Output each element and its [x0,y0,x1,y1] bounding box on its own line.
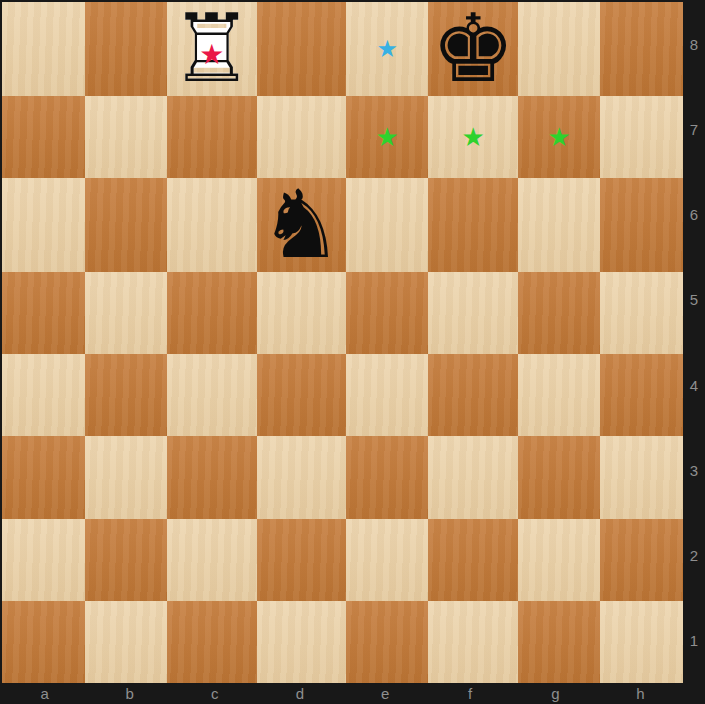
file-label-c: c [172,683,257,704]
square-f4[interactable] [428,354,517,436]
square-a6[interactable] [2,178,85,272]
square-h3[interactable] [600,436,683,518]
chess-board: ♜♖★★♚★★★♞ [2,2,683,683]
file-label-f: f [428,683,513,704]
square-c7[interactable] [167,96,256,178]
square-d8[interactable] [257,2,346,96]
chess-app: ♜♖★★♚★★★♞ 87654321 abcdefgh [0,0,705,704]
square-c3[interactable] [167,436,256,518]
square-a5[interactable] [2,272,85,354]
square-b6[interactable] [85,178,168,272]
square-a8[interactable] [2,2,85,96]
square-g3[interactable] [518,436,601,518]
square-g5[interactable] [518,272,601,354]
black-king-glyph: ♚ [431,2,515,96]
square-g7[interactable]: ★ [518,96,601,178]
square-f2[interactable] [428,519,517,601]
square-c1[interactable] [167,601,256,683]
square-b5[interactable] [85,272,168,354]
square-c2[interactable] [167,519,256,601]
file-label-d: d [257,683,342,704]
square-g2[interactable] [518,519,601,601]
rank-label-5: 5 [683,257,705,342]
square-e6[interactable] [346,178,429,272]
square-a3[interactable] [2,436,85,518]
green-star-icon: ★ [547,124,570,150]
square-e3[interactable] [346,436,429,518]
cyan-star-icon: ★ [376,37,398,61]
square-a2[interactable] [2,519,85,601]
square-e8[interactable]: ★ [346,2,429,96]
square-e2[interactable] [346,519,429,601]
white-rook-outline: ♖ [170,2,254,96]
square-h4[interactable] [600,354,683,436]
square-f7[interactable]: ★ [428,96,517,178]
rank-label-1: 1 [683,598,705,683]
square-f8[interactable]: ♚ [428,2,517,96]
square-h1[interactable] [600,601,683,683]
square-h8[interactable] [600,2,683,96]
square-h5[interactable] [600,272,683,354]
square-d2[interactable] [257,519,346,601]
file-label-g: g [513,683,598,704]
square-a4[interactable] [2,354,85,436]
square-a7[interactable] [2,96,85,178]
square-b2[interactable] [85,519,168,601]
square-g6[interactable] [518,178,601,272]
rank-label-2: 2 [683,513,705,598]
square-b1[interactable] [85,601,168,683]
square-e5[interactable] [346,272,429,354]
square-f1[interactable] [428,601,517,683]
square-f5[interactable] [428,272,517,354]
square-e4[interactable] [346,354,429,436]
green-star-icon: ★ [375,124,398,150]
square-d4[interactable] [257,354,346,436]
square-b7[interactable] [85,96,168,178]
square-a1[interactable] [2,601,85,683]
file-labels: abcdefgh [2,683,683,704]
rank-label-6: 6 [683,172,705,257]
square-c8[interactable]: ♜♖★ [167,2,256,96]
square-g1[interactable] [518,601,601,683]
square-c6[interactable] [167,178,256,272]
black-king[interactable]: ♚ [428,2,517,96]
square-c4[interactable] [167,354,256,436]
square-d6[interactable]: ♞ [257,178,346,272]
square-h2[interactable] [600,519,683,601]
square-h6[interactable] [600,178,683,272]
square-h7[interactable] [600,96,683,178]
rank-label-3: 3 [683,428,705,513]
square-d1[interactable] [257,601,346,683]
black-knight-glyph: ♞ [259,178,343,272]
square-d5[interactable] [257,272,346,354]
square-f3[interactable] [428,436,517,518]
green-star-icon: ★ [461,124,484,150]
square-c5[interactable] [167,272,256,354]
square-b8[interactable] [85,2,168,96]
square-d7[interactable] [257,96,346,178]
square-e7[interactable]: ★ [346,96,429,178]
white-rook[interactable]: ♜♖ [167,2,256,96]
square-e1[interactable] [346,601,429,683]
rank-labels: 87654321 [683,2,705,683]
square-f6[interactable] [428,178,517,272]
rank-label-7: 7 [683,87,705,172]
square-d3[interactable] [257,436,346,518]
file-label-b: b [87,683,172,704]
square-b3[interactable] [85,436,168,518]
square-b4[interactable] [85,354,168,436]
square-g8[interactable] [518,2,601,96]
rank-label-4: 4 [683,343,705,428]
black-knight[interactable]: ♞ [257,178,346,272]
file-label-a: a [2,683,87,704]
square-g4[interactable] [518,354,601,436]
file-label-h: h [598,683,683,704]
file-label-e: e [343,683,428,704]
rank-label-8: 8 [683,2,705,87]
